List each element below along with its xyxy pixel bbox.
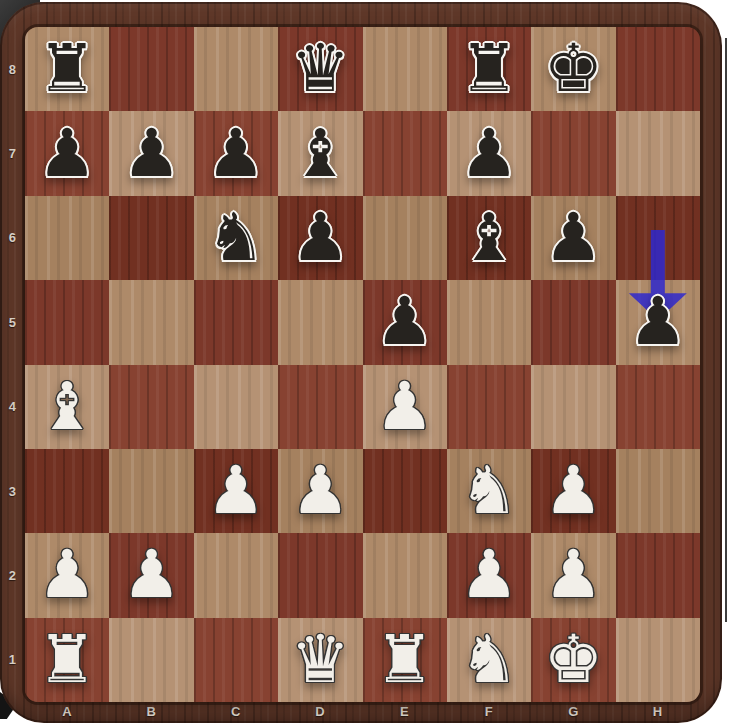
file-label-c: C bbox=[194, 701, 278, 722]
file-label-d: D bbox=[278, 701, 362, 722]
square-h2[interactable] bbox=[616, 533, 700, 617]
piece-white-pawn-b2[interactable]: ♟ bbox=[122, 542, 181, 608]
square-a3[interactable] bbox=[25, 449, 109, 533]
square-c3[interactable]: ♟ bbox=[194, 449, 278, 533]
square-h4[interactable] bbox=[616, 365, 700, 449]
rank-label-4: 4 bbox=[0, 365, 25, 449]
square-d2[interactable] bbox=[278, 533, 362, 617]
piece-white-pawn-d3[interactable]: ♟ bbox=[291, 458, 350, 524]
square-b5[interactable] bbox=[109, 280, 193, 364]
square-e6[interactable] bbox=[363, 196, 447, 280]
file-labels: ABCDEFGH bbox=[25, 701, 700, 722]
square-c4[interactable] bbox=[194, 365, 278, 449]
square-g4[interactable] bbox=[531, 365, 615, 449]
square-a1[interactable]: ♜ bbox=[25, 618, 109, 702]
square-g6[interactable]: ♟ bbox=[531, 196, 615, 280]
panel-edge-line bbox=[725, 38, 727, 622]
file-label-e: E bbox=[363, 701, 447, 722]
square-e1[interactable]: ♜ bbox=[363, 618, 447, 702]
square-c8[interactable] bbox=[194, 27, 278, 111]
piece-black-pawn-f7[interactable]: ♟ bbox=[459, 121, 518, 187]
square-b1[interactable] bbox=[109, 618, 193, 702]
square-h1[interactable] bbox=[616, 618, 700, 702]
square-d6[interactable]: ♟ bbox=[278, 196, 362, 280]
square-h6[interactable] bbox=[616, 196, 700, 280]
piece-black-bishop-d7[interactable]: ♝ bbox=[291, 121, 350, 187]
square-e7[interactable] bbox=[363, 111, 447, 195]
rank-label-1: 1 bbox=[0, 618, 25, 702]
file-label-h: H bbox=[616, 701, 700, 722]
square-f5[interactable] bbox=[447, 280, 531, 364]
piece-white-pawn-a2[interactable]: ♟ bbox=[38, 542, 97, 608]
square-c2[interactable] bbox=[194, 533, 278, 617]
chess-board[interactable]: ♜♛♜♚♟♟♟♝♟♞♟♝♟♟♟♝♟♟♟♞♟♟♟♟♟♜♛♜♞♚ bbox=[25, 27, 700, 702]
square-a7[interactable]: ♟ bbox=[25, 111, 109, 195]
page-background-right bbox=[722, 0, 730, 728]
square-c7[interactable]: ♟ bbox=[194, 111, 278, 195]
square-e8[interactable] bbox=[363, 27, 447, 111]
piece-black-pawn-e5[interactable]: ♟ bbox=[375, 289, 434, 355]
square-b4[interactable] bbox=[109, 365, 193, 449]
square-f6[interactable]: ♝ bbox=[447, 196, 531, 280]
square-f7[interactable]: ♟ bbox=[447, 111, 531, 195]
square-e4[interactable]: ♟ bbox=[363, 365, 447, 449]
piece-white-knight-f3[interactable]: ♞ bbox=[459, 458, 518, 524]
rank-labels: 87654321 bbox=[0, 27, 25, 702]
square-c6[interactable]: ♞ bbox=[194, 196, 278, 280]
piece-black-rook-f8[interactable]: ♜ bbox=[459, 36, 518, 102]
rank-label-7: 7 bbox=[0, 111, 25, 195]
square-a4[interactable]: ♝ bbox=[25, 365, 109, 449]
square-f3[interactable]: ♞ bbox=[447, 449, 531, 533]
square-b8[interactable] bbox=[109, 27, 193, 111]
square-g8[interactable]: ♚ bbox=[531, 27, 615, 111]
page-background-top bbox=[40, 0, 730, 2]
rank-label-2: 2 bbox=[0, 533, 25, 617]
file-label-b: B bbox=[109, 701, 193, 722]
piece-black-pawn-g6[interactable]: ♟ bbox=[544, 205, 603, 271]
square-f2[interactable]: ♟ bbox=[447, 533, 531, 617]
file-label-g: G bbox=[531, 701, 615, 722]
piece-white-rook-a1[interactable]: ♜ bbox=[38, 627, 97, 693]
square-f8[interactable]: ♜ bbox=[447, 27, 531, 111]
square-g2[interactable]: ♟ bbox=[531, 533, 615, 617]
piece-black-king-g8[interactable]: ♚ bbox=[544, 36, 603, 102]
piece-white-queen-d1[interactable]: ♛ bbox=[291, 627, 350, 693]
piece-white-pawn-e4[interactable]: ♟ bbox=[375, 374, 434, 440]
square-a6[interactable] bbox=[25, 196, 109, 280]
piece-black-pawn-a7[interactable]: ♟ bbox=[38, 121, 97, 187]
square-a8[interactable]: ♜ bbox=[25, 27, 109, 111]
chessboard-screenshot: 87654321 ABCDEFGH ♜♛♜♚♟♟♟♝♟♞♟♝♟♟♟♝♟♟♟♞♟♟… bbox=[0, 0, 730, 728]
piece-black-rook-a8[interactable]: ♜ bbox=[38, 36, 97, 102]
square-h7[interactable] bbox=[616, 111, 700, 195]
piece-white-pawn-f2[interactable]: ♟ bbox=[459, 542, 518, 608]
square-c5[interactable] bbox=[194, 280, 278, 364]
square-h5[interactable]: ♟ bbox=[616, 280, 700, 364]
square-e3[interactable] bbox=[363, 449, 447, 533]
piece-white-pawn-g2[interactable]: ♟ bbox=[544, 542, 603, 608]
square-b3[interactable] bbox=[109, 449, 193, 533]
piece-black-queen-d8[interactable]: ♛ bbox=[291, 36, 350, 102]
square-c1[interactable] bbox=[194, 618, 278, 702]
square-e5[interactable]: ♟ bbox=[363, 280, 447, 364]
square-a2[interactable]: ♟ bbox=[25, 533, 109, 617]
rank-label-8: 8 bbox=[0, 27, 25, 111]
square-d8[interactable]: ♛ bbox=[278, 27, 362, 111]
square-f1[interactable]: ♞ bbox=[447, 618, 531, 702]
square-g1[interactable]: ♚ bbox=[531, 618, 615, 702]
piece-black-pawn-b7[interactable]: ♟ bbox=[122, 121, 181, 187]
square-b7[interactable]: ♟ bbox=[109, 111, 193, 195]
piece-white-pawn-c3[interactable]: ♟ bbox=[206, 458, 265, 524]
square-b2[interactable]: ♟ bbox=[109, 533, 193, 617]
rank-label-5: 5 bbox=[0, 280, 25, 364]
square-h8[interactable] bbox=[616, 27, 700, 111]
piece-white-knight-f1[interactable]: ♞ bbox=[459, 627, 518, 693]
piece-white-king-g1[interactable]: ♚ bbox=[544, 627, 603, 693]
square-d3[interactable]: ♟ bbox=[278, 449, 362, 533]
square-g5[interactable] bbox=[531, 280, 615, 364]
square-d1[interactable]: ♛ bbox=[278, 618, 362, 702]
piece-black-knight-c6[interactable]: ♞ bbox=[206, 205, 265, 271]
piece-white-rook-e1[interactable]: ♜ bbox=[375, 627, 434, 693]
square-h3[interactable] bbox=[616, 449, 700, 533]
piece-black-pawn-h5[interactable]: ♟ bbox=[628, 289, 687, 355]
square-g3[interactable]: ♟ bbox=[531, 449, 615, 533]
piece-black-pawn-d6[interactable]: ♟ bbox=[291, 205, 350, 271]
piece-white-bishop-a4[interactable]: ♝ bbox=[38, 374, 97, 440]
piece-black-pawn-c7[interactable]: ♟ bbox=[206, 121, 265, 187]
square-f4[interactable] bbox=[447, 365, 531, 449]
square-d4[interactable] bbox=[278, 365, 362, 449]
square-d5[interactable] bbox=[278, 280, 362, 364]
file-label-f: F bbox=[447, 701, 531, 722]
rank-label-3: 3 bbox=[0, 449, 25, 533]
file-label-a: A bbox=[25, 701, 109, 722]
piece-white-pawn-g3[interactable]: ♟ bbox=[544, 458, 603, 524]
square-a5[interactable] bbox=[25, 280, 109, 364]
square-b6[interactable] bbox=[109, 196, 193, 280]
piece-black-bishop-f6[interactable]: ♝ bbox=[459, 205, 518, 271]
square-e2[interactable] bbox=[363, 533, 447, 617]
square-g7[interactable] bbox=[531, 111, 615, 195]
square-d7[interactable]: ♝ bbox=[278, 111, 362, 195]
rank-label-6: 6 bbox=[0, 196, 25, 280]
